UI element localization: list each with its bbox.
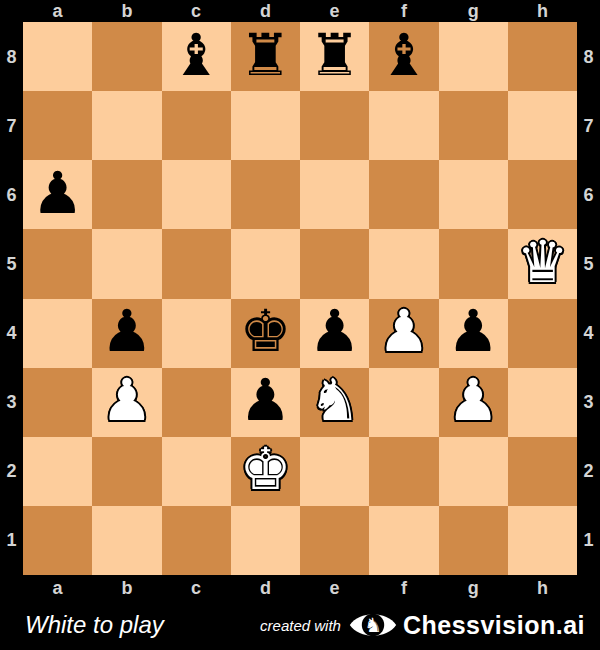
- square-e5[interactable]: [300, 229, 369, 298]
- file-label-b: b: [92, 0, 161, 22]
- square-g6[interactable]: [439, 160, 508, 229]
- square-b7[interactable]: [92, 91, 161, 160]
- white-knight-e3: ♞: [309, 371, 361, 429]
- square-e1[interactable]: [300, 506, 369, 575]
- square-e6[interactable]: [300, 160, 369, 229]
- rank-label-8: 8: [577, 22, 600, 91]
- rank-label-3: 3: [0, 368, 23, 437]
- file-label-g: g: [439, 0, 508, 22]
- file-label-g: g: [439, 575, 508, 600]
- square-h4[interactable]: [508, 299, 577, 368]
- square-d7[interactable]: [231, 91, 300, 160]
- white-king-d2: ♚: [239, 440, 291, 498]
- square-g2[interactable]: [439, 437, 508, 506]
- rank-label-2: 2: [577, 437, 600, 506]
- square-g4[interactable]: ♟: [439, 299, 508, 368]
- square-d8[interactable]: ♜: [231, 22, 300, 91]
- file-label-f: f: [369, 575, 438, 600]
- rank-label-1: 1: [0, 506, 23, 575]
- rank-label-6: 6: [577, 160, 600, 229]
- black-pawn-g4: ♟: [447, 302, 499, 360]
- square-c5[interactable]: [162, 229, 231, 298]
- square-e2[interactable]: [300, 437, 369, 506]
- square-h6[interactable]: [508, 160, 577, 229]
- file-label-h: h: [508, 575, 577, 600]
- file-label-f: f: [369, 0, 438, 22]
- file-label-b: b: [92, 575, 161, 600]
- square-a3[interactable]: [23, 368, 92, 437]
- square-g8[interactable]: [439, 22, 508, 91]
- rank-labels-right: 87654321: [577, 22, 600, 575]
- file-label-a: a: [23, 0, 92, 22]
- black-pawn-e4: ♟: [309, 302, 361, 360]
- square-c6[interactable]: [162, 160, 231, 229]
- brand-text: Chessvision.ai: [403, 611, 585, 640]
- square-g7[interactable]: [439, 91, 508, 160]
- square-b2[interactable]: [92, 437, 161, 506]
- white-queen-h5: ♛: [516, 233, 568, 291]
- square-b3[interactable]: ♟: [92, 368, 161, 437]
- rank-labels-left: 87654321: [0, 22, 23, 575]
- square-g1[interactable]: [439, 506, 508, 575]
- black-pawn-d3: ♟: [239, 371, 291, 429]
- square-f2[interactable]: [369, 437, 438, 506]
- file-label-a: a: [23, 575, 92, 600]
- black-bishop-c8: ♝: [170, 26, 222, 84]
- square-a7[interactable]: [23, 91, 92, 160]
- rank-label-7: 7: [0, 91, 23, 160]
- file-label-c: c: [162, 0, 231, 22]
- file-labels-bottom: abcdefgh: [23, 575, 577, 600]
- square-f7[interactable]: [369, 91, 438, 160]
- square-g5[interactable]: [439, 229, 508, 298]
- square-c2[interactable]: [162, 437, 231, 506]
- square-e7[interactable]: [300, 91, 369, 160]
- rank-label-6: 6: [0, 160, 23, 229]
- rank-label-2: 2: [0, 437, 23, 506]
- square-d3[interactable]: ♟: [231, 368, 300, 437]
- white-pawn-b3: ♟: [101, 371, 153, 429]
- chessvision-eye-logo: ♞: [349, 608, 397, 642]
- file-label-e: e: [300, 0, 369, 22]
- square-e3[interactable]: ♞: [300, 368, 369, 437]
- square-a5[interactable]: [23, 229, 92, 298]
- white-pawn-g3: ♟: [447, 371, 499, 429]
- square-b8[interactable]: [92, 22, 161, 91]
- square-f8[interactable]: ♝: [369, 22, 438, 91]
- square-h3[interactable]: [508, 368, 577, 437]
- square-c3[interactable]: [162, 368, 231, 437]
- black-king-d4: ♚: [239, 302, 291, 360]
- square-e4[interactable]: ♟: [300, 299, 369, 368]
- square-e8[interactable]: ♜: [300, 22, 369, 91]
- rank-label-8: 8: [0, 22, 23, 91]
- file-labels-top: abcdefgh: [23, 0, 577, 22]
- square-h7[interactable]: [508, 91, 577, 160]
- credit-text: created with: [260, 617, 341, 634]
- file-label-d: d: [231, 0, 300, 22]
- black-pawn-b4: ♟: [101, 302, 153, 360]
- square-c1[interactable]: [162, 506, 231, 575]
- rank-label-1: 1: [577, 506, 600, 575]
- square-h2[interactable]: [508, 437, 577, 506]
- rank-label-7: 7: [577, 91, 600, 160]
- file-label-c: c: [162, 575, 231, 600]
- square-c7[interactable]: [162, 91, 231, 160]
- square-c4[interactable]: [162, 299, 231, 368]
- square-d6[interactable]: [231, 160, 300, 229]
- square-d4[interactable]: ♚: [231, 299, 300, 368]
- square-f6[interactable]: [369, 160, 438, 229]
- rank-label-4: 4: [577, 299, 600, 368]
- square-f1[interactable]: [369, 506, 438, 575]
- square-f5[interactable]: [369, 229, 438, 298]
- square-b5[interactable]: [92, 229, 161, 298]
- square-a8[interactable]: [23, 22, 92, 91]
- rank-label-4: 4: [0, 299, 23, 368]
- black-rook-e8: ♜: [309, 26, 361, 84]
- square-b4[interactable]: ♟: [92, 299, 161, 368]
- square-f4[interactable]: ♟: [369, 299, 438, 368]
- rank-label-5: 5: [577, 229, 600, 298]
- square-a4[interactable]: [23, 299, 92, 368]
- square-g3[interactable]: ♟: [439, 368, 508, 437]
- black-pawn-a6: ♟: [32, 164, 84, 222]
- square-d2[interactable]: ♚: [231, 437, 300, 506]
- square-b6[interactable]: [92, 160, 161, 229]
- knight-icon: ♞: [364, 613, 382, 637]
- square-b1[interactable]: [92, 506, 161, 575]
- footer-bar: White to play created with ♞ Chessvision…: [0, 600, 600, 650]
- black-rook-d8: ♜: [239, 26, 291, 84]
- white-pawn-f4: ♟: [378, 302, 430, 360]
- square-h1[interactable]: [508, 506, 577, 575]
- square-f3[interactable]: [369, 368, 438, 437]
- file-label-e: e: [300, 575, 369, 600]
- file-label-d: d: [231, 575, 300, 600]
- black-bishop-f8: ♝: [378, 26, 430, 84]
- square-h5[interactable]: ♛: [508, 229, 577, 298]
- square-c8[interactable]: ♝: [162, 22, 231, 91]
- square-h8[interactable]: [508, 22, 577, 91]
- file-label-h: h: [508, 0, 577, 22]
- square-d5[interactable]: [231, 229, 300, 298]
- square-a2[interactable]: [23, 437, 92, 506]
- square-a1[interactable]: [23, 506, 92, 575]
- chess-board: ♝♜♜♝♟♛♟♚♟♟♟♟♟♞♟♚: [23, 22, 577, 575]
- status-text: White to play: [25, 611, 164, 639]
- square-a6[interactable]: ♟: [23, 160, 92, 229]
- rank-label-5: 5: [0, 229, 23, 298]
- square-d1[interactable]: [231, 506, 300, 575]
- rank-label-3: 3: [577, 368, 600, 437]
